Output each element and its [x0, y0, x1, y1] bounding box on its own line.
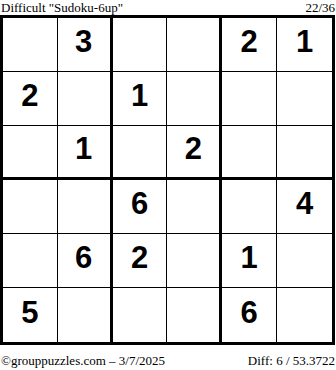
- puzzle-counter: 22/36: [305, 1, 335, 14]
- cell-r5c6[interactable]: [277, 234, 332, 288]
- cell-r1c5[interactable]: 2: [222, 18, 277, 72]
- given-digit: 2: [21, 80, 38, 111]
- given-digit: 2: [131, 242, 148, 273]
- cell-r6c5[interactable]: 6: [222, 288, 277, 342]
- page-header: Difficult "Sudoku-6up" 22/36: [0, 0, 336, 15]
- cell-r5c3[interactable]: 2: [113, 234, 168, 288]
- cell-r4c1[interactable]: [3, 180, 58, 234]
- cell-r5c5[interactable]: 1: [222, 234, 277, 288]
- cell-r1c3[interactable]: [113, 18, 168, 72]
- cell-r6c4[interactable]: [167, 288, 222, 342]
- cell-r3c5[interactable]: [222, 126, 277, 180]
- cell-r6c6[interactable]: [277, 288, 332, 342]
- difficulty-text: Diff: 6 / 53.3722: [248, 354, 335, 367]
- cell-r2c6[interactable]: [277, 72, 332, 126]
- cell-r6c1[interactable]: 5: [3, 288, 58, 342]
- cell-r5c1[interactable]: [3, 234, 58, 288]
- cell-r3c4[interactable]: 2: [167, 126, 222, 180]
- cell-r1c6[interactable]: 1: [277, 18, 332, 72]
- given-digit: 6: [131, 188, 148, 219]
- cell-r2c5[interactable]: [222, 72, 277, 126]
- given-digit: 1: [75, 133, 92, 164]
- given-digit: 1: [296, 26, 313, 57]
- cell-r1c2[interactable]: 3: [58, 18, 113, 72]
- cell-r3c1[interactable]: [3, 126, 58, 180]
- given-digit: 1: [241, 242, 258, 273]
- given-digit: 2: [185, 133, 202, 164]
- cell-r4c3[interactable]: 6: [113, 180, 168, 234]
- given-digit: 6: [241, 297, 258, 328]
- cell-r4c6[interactable]: 4: [277, 180, 332, 234]
- page-footer: ©grouppuzzles.com – 3/7/2025 Diff: 6 / 5…: [0, 354, 336, 367]
- cell-r6c2[interactable]: [58, 288, 113, 342]
- cell-r5c4[interactable]: [167, 234, 222, 288]
- cell-r4c4[interactable]: [167, 180, 222, 234]
- cell-r4c2[interactable]: [58, 180, 113, 234]
- cell-r2c4[interactable]: [167, 72, 222, 126]
- copyright-text: ©grouppuzzles.com – 3/7/2025: [1, 354, 165, 367]
- puzzle-title: Difficult "Sudoku-6up": [1, 1, 123, 14]
- given-digit: 3: [75, 26, 92, 57]
- cell-r5c2[interactable]: 6: [58, 234, 113, 288]
- cell-r1c1[interactable]: [3, 18, 58, 72]
- cell-r3c6[interactable]: [277, 126, 332, 180]
- sudoku-grid: 32121126462156: [0, 15, 335, 345]
- cell-r2c1[interactable]: 2: [3, 72, 58, 126]
- given-digit: 4: [296, 188, 313, 219]
- cell-r2c3[interactable]: 1: [113, 72, 168, 126]
- cell-r1c4[interactable]: [167, 18, 222, 72]
- cell-r3c2[interactable]: 1: [58, 126, 113, 180]
- given-digit: 6: [75, 242, 92, 273]
- given-digit: 2: [241, 26, 258, 57]
- given-digit: 5: [21, 297, 38, 328]
- cell-r2c2[interactable]: [58, 72, 113, 126]
- given-digit: 1: [131, 80, 148, 111]
- cell-r4c5[interactable]: [222, 180, 277, 234]
- cell-r6c3[interactable]: [113, 288, 168, 342]
- cell-r3c3[interactable]: [113, 126, 168, 180]
